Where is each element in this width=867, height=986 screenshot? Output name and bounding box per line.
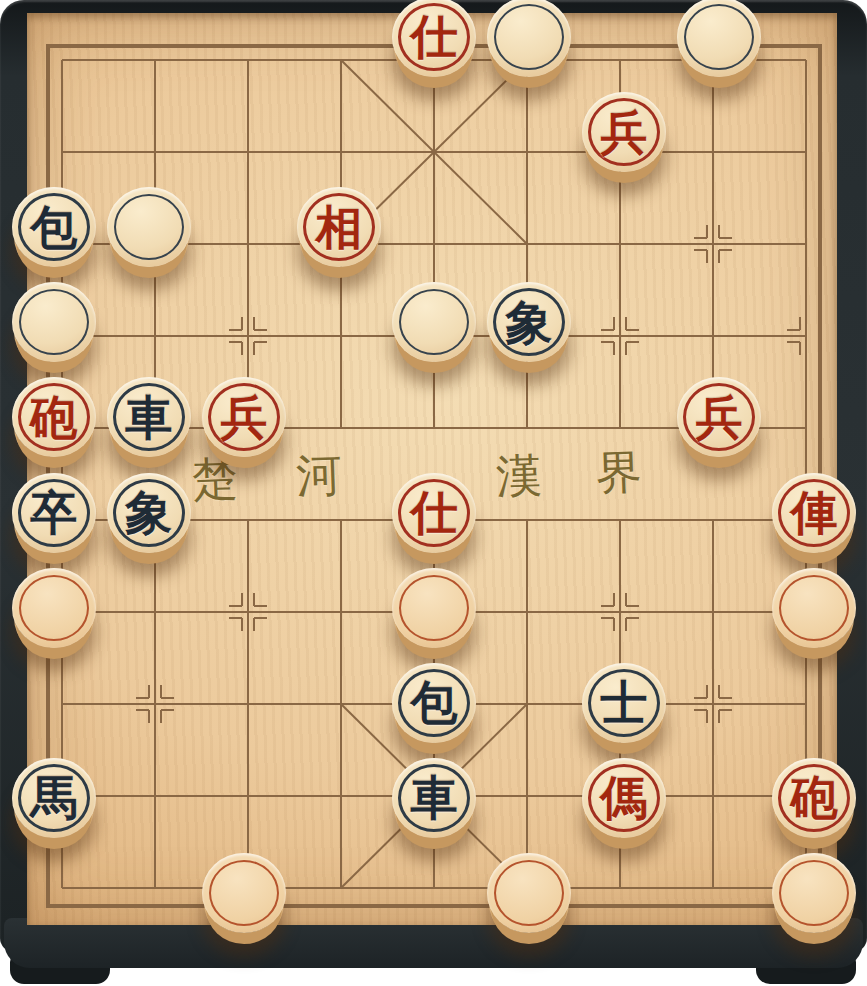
piece-glyph: 仕 <box>392 0 476 77</box>
piece-glyph: 砲 <box>772 758 856 838</box>
piece-black-chariot[interactable]: 車 <box>107 377 191 457</box>
piece-black-soldier[interactable]: 卒 <box>12 473 96 553</box>
piece-glyph: 仕 <box>392 473 476 553</box>
piece-hidden-red[interactable] <box>772 853 856 933</box>
face-down-ring <box>494 4 564 70</box>
piece-hidden-black[interactable] <box>487 0 571 77</box>
piece-hidden-red[interactable] <box>772 568 856 648</box>
piece-glyph: 包 <box>392 663 476 743</box>
piece-black-cannon[interactable]: 包 <box>392 663 476 743</box>
piece-glyph: 砲 <box>12 377 96 457</box>
piece-red-advisor[interactable]: 仕 <box>392 473 476 553</box>
river-inscription-right: 漢界 <box>495 440 697 509</box>
piece-glyph: 俥 <box>772 473 856 553</box>
piece-glyph: 車 <box>107 377 191 457</box>
face-down-ring <box>684 4 754 70</box>
piece-red-cannon[interactable]: 砲 <box>12 377 96 457</box>
face-down-ring <box>494 860 564 926</box>
piece-glyph: 象 <box>487 282 571 362</box>
face-down-ring <box>19 575 89 641</box>
piece-red-chariot[interactable]: 俥 <box>772 473 856 553</box>
piece-black-chariot[interactable]: 車 <box>392 758 476 838</box>
piece-glyph: 相 <box>297 187 381 267</box>
face-down-ring <box>209 860 279 926</box>
piece-hidden-black[interactable] <box>392 282 476 362</box>
face-down-ring <box>399 575 469 641</box>
piece-black-horse[interactable]: 馬 <box>12 758 96 838</box>
piece-red-cannon[interactable]: 砲 <box>772 758 856 838</box>
piece-glyph: 包 <box>12 187 96 267</box>
piece-glyph: 車 <box>392 758 476 838</box>
piece-red-soldier[interactable]: 兵 <box>582 92 666 172</box>
piece-red-horse[interactable]: 傌 <box>582 758 666 838</box>
piece-black-advisor[interactable]: 士 <box>582 663 666 743</box>
piece-glyph: 馬 <box>12 758 96 838</box>
face-down-ring <box>19 289 89 355</box>
piece-hidden-red[interactable] <box>12 568 96 648</box>
piece-black-cannon[interactable]: 包 <box>12 187 96 267</box>
face-down-ring <box>399 289 469 355</box>
piece-glyph: 士 <box>582 663 666 743</box>
face-down-ring <box>779 860 849 926</box>
piece-glyph: 兵 <box>582 92 666 172</box>
piece-glyph: 卒 <box>12 473 96 553</box>
piece-hidden-red[interactable] <box>392 568 476 648</box>
piece-hidden-red[interactable] <box>487 853 571 933</box>
piece-hidden-black[interactable] <box>107 187 191 267</box>
piece-hidden-black[interactable] <box>677 0 761 77</box>
piece-hidden-red[interactable] <box>202 853 286 933</box>
piece-red-soldier[interactable]: 兵 <box>677 377 761 457</box>
piece-red-soldier[interactable]: 兵 <box>202 377 286 457</box>
piece-glyph: 兵 <box>202 377 286 457</box>
xiangqi-game-screen: 楚河 漢界 仕兵包相象砲車兵兵卒象仕俥包士馬車傌砲 <box>0 0 867 986</box>
piece-glyph: 象 <box>107 473 191 553</box>
piece-black-elephant[interactable]: 象 <box>107 473 191 553</box>
piece-hidden-black[interactable] <box>12 282 96 362</box>
piece-glyph: 傌 <box>582 758 666 838</box>
piece-red-elephant[interactable]: 相 <box>297 187 381 267</box>
face-down-ring <box>114 194 184 260</box>
piece-glyph: 兵 <box>677 377 761 457</box>
piece-red-advisor[interactable]: 仕 <box>392 0 476 77</box>
face-down-ring <box>779 575 849 641</box>
piece-black-elephant[interactable]: 象 <box>487 282 571 362</box>
